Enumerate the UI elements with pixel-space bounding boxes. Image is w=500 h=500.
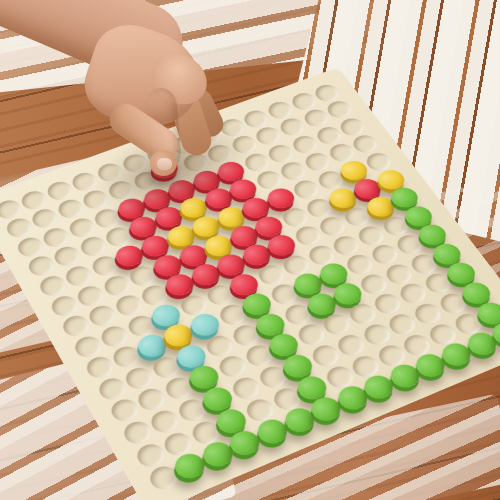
photo-scene: { "game": "wooden-mosaic-peg-board", "sc… bbox=[0, 0, 500, 500]
